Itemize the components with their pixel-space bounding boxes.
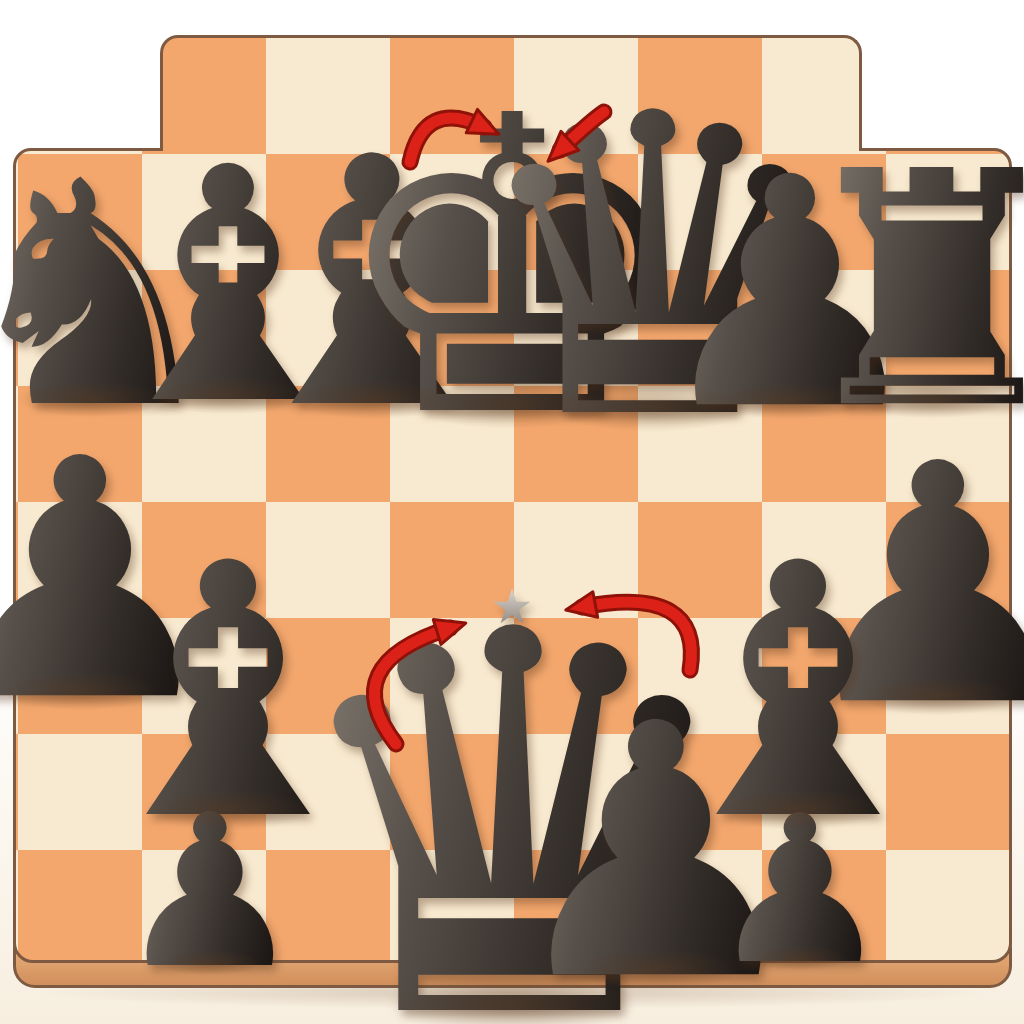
piece-shadow <box>12 380 167 418</box>
piece-shadow <box>141 788 316 830</box>
illustration-canvas: ♞♝♝♚♛♟♜♟♟♝♝♛★♟♟♟ <box>0 0 1024 1024</box>
piece-shadow <box>147 376 309 415</box>
piece-shadow <box>0 671 163 711</box>
star-ornament: ★ <box>490 582 533 630</box>
piece-shadow <box>851 380 1013 419</box>
piece-shadow <box>711 382 869 420</box>
piece-shadow <box>711 788 886 830</box>
piece-shadow <box>569 948 744 990</box>
piece-shadow <box>157 950 263 976</box>
piece-shadow <box>749 946 851 971</box>
pieces-layer: ♞♝♝♚♛♟♜♟♟♝♝♛★♟♟♟ <box>0 0 1024 1024</box>
piece-shadow <box>856 676 1021 716</box>
